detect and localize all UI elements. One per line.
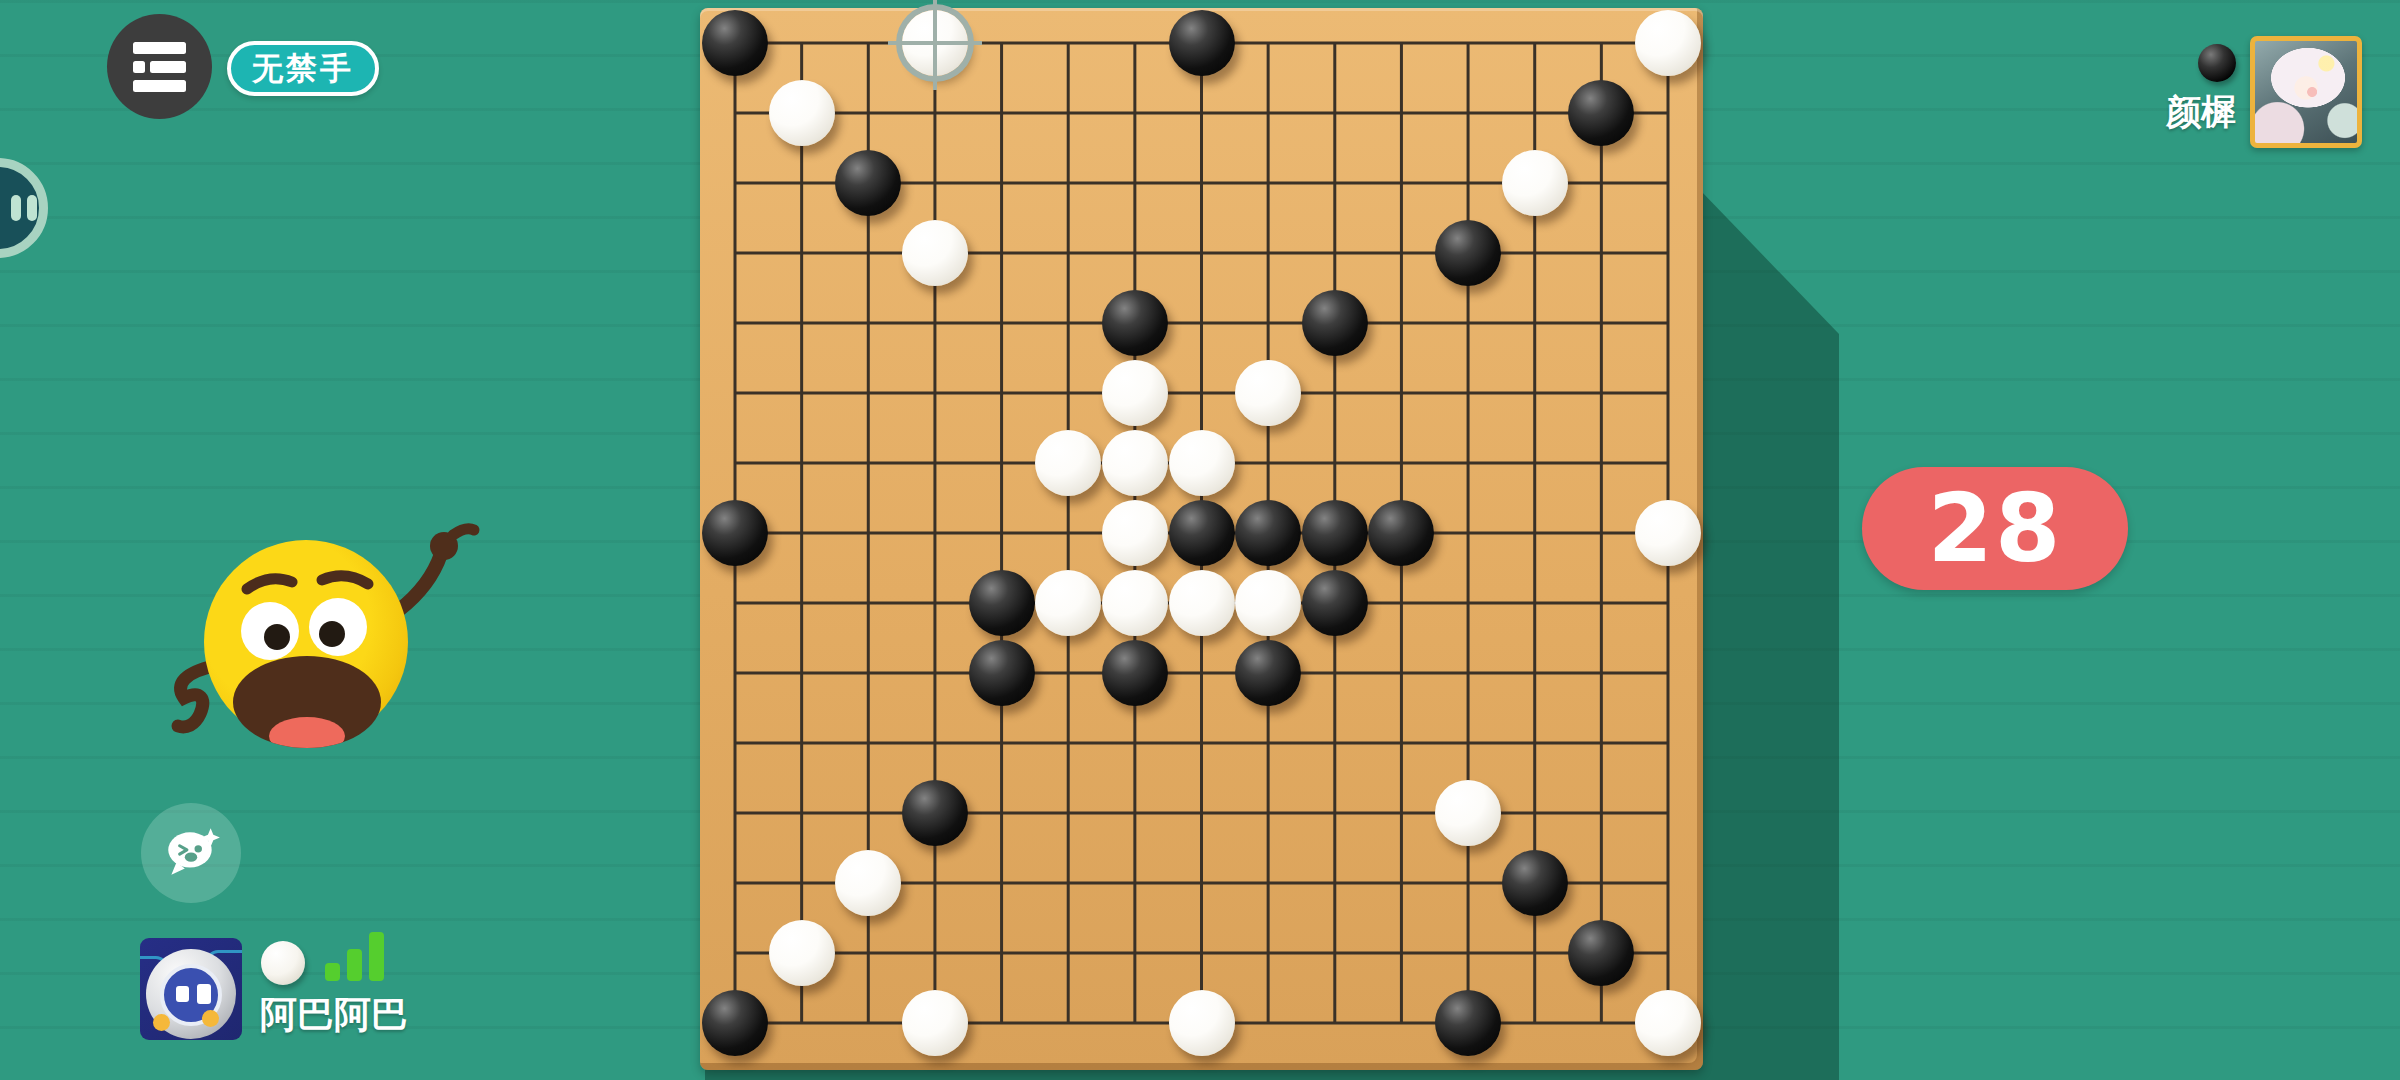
- stone-black: [835, 150, 901, 216]
- stone-white: [835, 850, 901, 916]
- player-bottom-stone-indicator: [261, 941, 305, 985]
- connection-signal-icon: [325, 932, 387, 981]
- stone-black: [1169, 500, 1235, 566]
- stone-black: [1235, 500, 1301, 566]
- player-bottom-avatar: [140, 938, 242, 1040]
- stone-white: [1169, 570, 1235, 636]
- stone-white: [1169, 990, 1235, 1056]
- mascot-mouth: [233, 656, 381, 748]
- stone-black: [1302, 570, 1368, 636]
- rule-mode-badge: 无禁手: [227, 41, 379, 96]
- gomoku-board[interactable]: [700, 8, 1703, 1070]
- player-bottom-name: 阿巴阿巴: [260, 990, 408, 1040]
- stone-white: [1102, 430, 1168, 496]
- stone-black: [1302, 500, 1368, 566]
- mascot-eyebrow-right: [322, 576, 368, 584]
- player-top-avatar: [2250, 36, 2362, 148]
- stone-white: [1635, 10, 1701, 76]
- stone-black: [1102, 290, 1168, 356]
- player-top-name: 颜樨: [2166, 89, 2236, 136]
- mascot-left-arm: [178, 666, 214, 727]
- stone-white: [1102, 360, 1168, 426]
- stone-white: [902, 10, 968, 76]
- stone-black: [1568, 920, 1634, 986]
- stone-black: [702, 500, 768, 566]
- stone-white: [1435, 780, 1501, 846]
- stone-black: [1568, 80, 1634, 146]
- stone-black: [1169, 10, 1235, 76]
- stone-white: [1169, 430, 1235, 496]
- stone-white: [1035, 570, 1101, 636]
- stone-white: [769, 920, 835, 986]
- stone-black: [902, 780, 968, 846]
- menu-button[interactable]: [107, 14, 212, 119]
- stone-black: [1435, 990, 1501, 1056]
- player-top-stone-indicator: [2198, 44, 2236, 82]
- rule-mode-label: 无禁手: [252, 48, 354, 90]
- mascot-right-arm: [399, 554, 441, 610]
- stone-black: [969, 570, 1035, 636]
- stone-white: [1635, 990, 1701, 1056]
- stone-black: [1368, 500, 1434, 566]
- stone-white: [1635, 500, 1701, 566]
- stone-black: [702, 10, 768, 76]
- stone-black: [702, 990, 768, 1056]
- stones-layer: [700, 8, 1703, 1070]
- game-screen: 无禁手: [0, 0, 2400, 1080]
- stone-white: [902, 990, 968, 1056]
- mascot-eyebrow-left: [247, 579, 292, 589]
- turn-timer: 28: [1862, 467, 2128, 590]
- side-drawer-handle[interactable]: [0, 158, 48, 258]
- stone-black: [969, 640, 1035, 706]
- stone-white: [1102, 500, 1168, 566]
- stone-white: [1235, 570, 1301, 636]
- stone-white: [902, 220, 968, 286]
- stone-black: [1502, 850, 1568, 916]
- stone-white: [1035, 430, 1101, 496]
- mascot-face: [204, 540, 408, 744]
- chat-bubble-icon: [160, 822, 222, 884]
- stone-black: [1435, 220, 1501, 286]
- stone-white: [769, 80, 835, 146]
- mascot-tongue: [269, 717, 345, 755]
- stone-black: [1302, 290, 1368, 356]
- stone-black: [1102, 640, 1168, 706]
- stone-white: [1235, 360, 1301, 426]
- stone-white: [1502, 150, 1568, 216]
- stone-white: [1102, 570, 1168, 636]
- turn-timer-value: 28: [1928, 482, 2063, 576]
- chat-emote-button[interactable]: [141, 803, 241, 903]
- mascot-emoji: [110, 490, 490, 790]
- hamburger-icon: [133, 42, 186, 92]
- stone-black: [1235, 640, 1301, 706]
